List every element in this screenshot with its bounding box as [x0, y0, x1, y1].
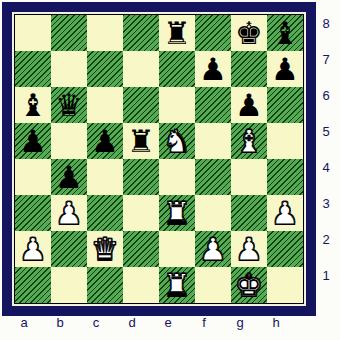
square-f5[interactable] — [195, 123, 231, 159]
square-e1[interactable]: ♜ — [159, 267, 195, 303]
piece-black-bishop[interactable]: ♝ — [267, 15, 303, 51]
piece-white-pawn[interactable]: ♟ — [267, 195, 303, 231]
rank-label-4: 4 — [316, 149, 336, 185]
square-g3[interactable] — [231, 195, 267, 231]
rank-labels: 87654321 — [316, 15, 336, 303]
square-a7[interactable] — [15, 51, 51, 87]
chess-board: ♜♚♝♟♟♝♛♟♟♟♜♞♝♟♟♜♟♟♛♟♟♜♚ — [14, 14, 304, 304]
square-c6[interactable] — [87, 87, 123, 123]
square-a6[interactable]: ♝ — [15, 87, 51, 123]
square-d8[interactable] — [123, 15, 159, 51]
square-f2[interactable]: ♟ — [195, 231, 231, 267]
piece-black-queen[interactable]: ♛ — [51, 87, 87, 123]
rank-label-1: 1 — [316, 257, 336, 293]
square-g2[interactable]: ♟ — [231, 231, 267, 267]
rank-label-7: 7 — [316, 41, 336, 77]
square-b4[interactable]: ♟ — [51, 159, 87, 195]
square-c4[interactable] — [87, 159, 123, 195]
rank-label-6: 6 — [316, 77, 336, 113]
square-g5[interactable]: ♝ — [231, 123, 267, 159]
square-c5[interactable]: ♟ — [87, 123, 123, 159]
square-b5[interactable] — [51, 123, 87, 159]
piece-black-rook[interactable]: ♜ — [159, 15, 195, 51]
piece-white-pawn[interactable]: ♟ — [51, 195, 87, 231]
rank-label-2: 2 — [316, 221, 336, 257]
square-f3[interactable] — [195, 195, 231, 231]
piece-black-bishop[interactable]: ♝ — [15, 87, 51, 123]
file-labels: abcdefgh — [15, 316, 303, 338]
square-f8[interactable] — [195, 15, 231, 51]
square-b6[interactable]: ♛ — [51, 87, 87, 123]
rank-label-3: 3 — [316, 185, 336, 221]
file-label-f: f — [186, 311, 222, 333]
square-f6[interactable] — [195, 87, 231, 123]
square-h5[interactable] — [267, 123, 303, 159]
square-g6[interactable]: ♟ — [231, 87, 267, 123]
square-b2[interactable] — [51, 231, 87, 267]
piece-white-pawn[interactable]: ♟ — [231, 231, 267, 267]
square-d6[interactable] — [123, 87, 159, 123]
square-b3[interactable]: ♟ — [51, 195, 87, 231]
piece-white-king[interactable]: ♚ — [231, 267, 267, 303]
piece-black-pawn[interactable]: ♟ — [51, 159, 87, 195]
square-f1[interactable] — [195, 267, 231, 303]
file-label-e: e — [150, 311, 186, 333]
square-e4[interactable] — [159, 159, 195, 195]
square-a3[interactable] — [15, 195, 51, 231]
square-g8[interactable]: ♚ — [231, 15, 267, 51]
square-a2[interactable]: ♟ — [15, 231, 51, 267]
square-d2[interactable] — [123, 231, 159, 267]
piece-black-pawn[interactable]: ♟ — [87, 123, 123, 159]
piece-white-pawn[interactable]: ♟ — [15, 231, 51, 267]
file-label-b: b — [42, 311, 78, 333]
square-h6[interactable] — [267, 87, 303, 123]
square-c3[interactable] — [87, 195, 123, 231]
square-h8[interactable]: ♝ — [267, 15, 303, 51]
square-c8[interactable] — [87, 15, 123, 51]
square-b7[interactable] — [51, 51, 87, 87]
square-d7[interactable] — [123, 51, 159, 87]
square-c2[interactable]: ♛ — [87, 231, 123, 267]
square-c7[interactable] — [87, 51, 123, 87]
square-h4[interactable] — [267, 159, 303, 195]
square-a4[interactable] — [15, 159, 51, 195]
piece-black-pawn[interactable]: ♟ — [15, 123, 51, 159]
square-e3[interactable]: ♜ — [159, 195, 195, 231]
square-h2[interactable] — [267, 231, 303, 267]
piece-black-pawn[interactable]: ♟ — [231, 87, 267, 123]
square-d4[interactable] — [123, 159, 159, 195]
piece-black-rook[interactable]: ♜ — [123, 123, 159, 159]
piece-black-pawn[interactable]: ♟ — [195, 51, 231, 87]
square-d5[interactable]: ♜ — [123, 123, 159, 159]
piece-black-pawn[interactable]: ♟ — [267, 51, 303, 87]
piece-white-queen[interactable]: ♛ — [87, 231, 123, 267]
square-g7[interactable] — [231, 51, 267, 87]
piece-white-rook[interactable]: ♜ — [159, 267, 195, 303]
file-label-g: g — [222, 311, 258, 333]
chess-board-frame: ♜♚♝♟♟♝♛♟♟♟♜♞♝♟♟♜♟♟♛♟♟♜♚ — [2, 2, 316, 316]
square-g4[interactable] — [231, 159, 267, 195]
square-b8[interactable] — [51, 15, 87, 51]
piece-black-king[interactable]: ♚ — [231, 15, 267, 51]
rank-label-8: 8 — [316, 5, 336, 41]
file-label-d: d — [114, 311, 150, 333]
square-h7[interactable]: ♟ — [267, 51, 303, 87]
square-a1[interactable] — [15, 267, 51, 303]
square-g1[interactable]: ♚ — [231, 267, 267, 303]
square-b1[interactable] — [51, 267, 87, 303]
square-a8[interactable] — [15, 15, 51, 51]
square-e7[interactable] — [159, 51, 195, 87]
square-e5[interactable]: ♞ — [159, 123, 195, 159]
square-c1[interactable] — [87, 267, 123, 303]
rank-label-5: 5 — [316, 113, 336, 149]
file-label-a: a — [6, 311, 42, 333]
square-e8[interactable]: ♜ — [159, 15, 195, 51]
square-f4[interactable] — [195, 159, 231, 195]
piece-white-pawn[interactable]: ♟ — [195, 231, 231, 267]
square-h3[interactable]: ♟ — [267, 195, 303, 231]
piece-white-rook[interactable]: ♜ — [159, 195, 195, 231]
square-h1[interactable] — [267, 267, 303, 303]
square-e6[interactable] — [159, 87, 195, 123]
square-e2[interactable] — [159, 231, 195, 267]
square-a5[interactable]: ♟ — [15, 123, 51, 159]
file-label-h: h — [258, 311, 294, 333]
square-f7[interactable]: ♟ — [195, 51, 231, 87]
square-d3[interactable] — [123, 195, 159, 231]
file-label-c: c — [78, 311, 114, 333]
piece-white-knight[interactable]: ♞ — [159, 123, 195, 159]
square-d1[interactable] — [123, 267, 159, 303]
piece-white-bishop[interactable]: ♝ — [231, 123, 267, 159]
